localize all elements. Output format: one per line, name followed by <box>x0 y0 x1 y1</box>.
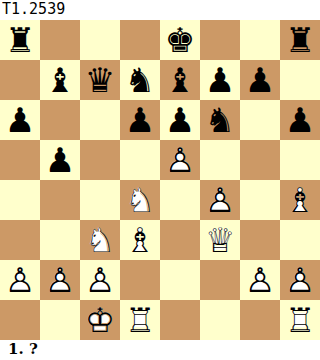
footer: 1. ? <box>0 340 320 360</box>
white-piece-outline: ♙ <box>280 260 320 300</box>
square-e5[interactable]: ♟♙ <box>160 140 200 180</box>
square-b6[interactable] <box>40 100 80 140</box>
white-piece-outline: ♙ <box>160 140 200 180</box>
piece-black-rook[interactable]: ♜ <box>0 20 40 60</box>
square-c2[interactable]: ♟♙ <box>80 260 120 300</box>
square-a2[interactable]: ♟♙ <box>0 260 40 300</box>
white-piece-outline: ♗ <box>120 220 160 260</box>
piece-white-knight[interactable]: ♞♘ <box>120 180 160 220</box>
square-a6[interactable]: ♟ <box>0 100 40 140</box>
piece-black-pawn[interactable]: ♟ <box>280 100 320 140</box>
piece-black-queen[interactable]: ♛ <box>80 60 120 100</box>
square-a7[interactable] <box>0 60 40 100</box>
square-d2[interactable] <box>120 260 160 300</box>
square-d4[interactable]: ♞♘ <box>120 180 160 220</box>
square-b2[interactable]: ♟♙ <box>40 260 80 300</box>
square-c1[interactable]: ♚♔ <box>80 300 120 340</box>
square-d3[interactable]: ♝♗ <box>120 220 160 260</box>
white-piece-outline: ♙ <box>200 180 240 220</box>
square-e2[interactable] <box>160 260 200 300</box>
square-h6[interactable]: ♟ <box>280 100 320 140</box>
square-a1[interactable] <box>0 300 40 340</box>
square-d6[interactable]: ♟ <box>120 100 160 140</box>
piece-black-pawn[interactable]: ♟ <box>160 100 200 140</box>
piece-black-pawn[interactable]: ♟ <box>240 60 280 100</box>
square-b7[interactable]: ♝ <box>40 60 80 100</box>
piece-white-pawn[interactable]: ♟♙ <box>80 260 120 300</box>
titlebar: T1.2539 <box>0 0 320 20</box>
white-piece-outline: ♖ <box>280 300 320 340</box>
piece-black-king[interactable]: ♚ <box>160 20 200 60</box>
white-piece-outline: ♙ <box>240 260 280 300</box>
square-h1[interactable]: ♜♖ <box>280 300 320 340</box>
chess-board: ♜♚♜♝♛♞♝♟♟♟♟♟♞♟♟♟♙♞♘♟♙♝♗♞♘♝♗♛♕♟♙♟♙♟♙♟♙♟♙♚… <box>0 20 320 340</box>
piece-black-bishop[interactable]: ♝ <box>160 60 200 100</box>
square-e7[interactable]: ♝ <box>160 60 200 100</box>
piece-white-pawn[interactable]: ♟♙ <box>240 260 280 300</box>
square-c4[interactable] <box>80 180 120 220</box>
piece-white-bishop[interactable]: ♝♗ <box>120 220 160 260</box>
square-e4[interactable] <box>160 180 200 220</box>
piece-white-rook[interactable]: ♜♖ <box>280 300 320 340</box>
puzzle-id: T1.2539 <box>2 0 65 18</box>
square-f2[interactable] <box>200 260 240 300</box>
piece-white-pawn[interactable]: ♟♙ <box>160 140 200 180</box>
square-g1[interactable] <box>240 300 280 340</box>
square-d7[interactable]: ♞ <box>120 60 160 100</box>
square-a5[interactable] <box>0 140 40 180</box>
square-g3[interactable] <box>240 220 280 260</box>
white-piece-outline: ♘ <box>120 180 160 220</box>
white-piece-outline: ♕ <box>200 220 240 260</box>
square-a4[interactable] <box>0 180 40 220</box>
square-e3[interactable] <box>160 220 200 260</box>
square-c8[interactable] <box>80 20 120 60</box>
piece-white-queen[interactable]: ♛♕ <box>200 220 240 260</box>
white-piece-outline: ♔ <box>80 300 120 340</box>
square-c3[interactable]: ♞♘ <box>80 220 120 260</box>
square-d1[interactable]: ♜♖ <box>120 300 160 340</box>
square-f6[interactable]: ♞ <box>200 100 240 140</box>
square-b1[interactable] <box>40 300 80 340</box>
square-b5[interactable]: ♟ <box>40 140 80 180</box>
square-h2[interactable]: ♟♙ <box>280 260 320 300</box>
piece-white-pawn[interactable]: ♟♙ <box>40 260 80 300</box>
square-f3[interactable]: ♛♕ <box>200 220 240 260</box>
piece-black-pawn[interactable]: ♟ <box>0 100 40 140</box>
square-h7[interactable] <box>280 60 320 100</box>
white-piece-outline: ♙ <box>0 260 40 300</box>
piece-white-knight[interactable]: ♞♘ <box>80 220 120 260</box>
piece-white-rook[interactable]: ♜♖ <box>120 300 160 340</box>
move-prompt: 1. ? <box>8 340 38 358</box>
square-e1[interactable] <box>160 300 200 340</box>
square-h5[interactable] <box>280 140 320 180</box>
piece-black-pawn[interactable]: ♟ <box>120 100 160 140</box>
white-piece-outline: ♙ <box>80 260 120 300</box>
white-piece-outline: ♙ <box>40 260 80 300</box>
piece-white-king[interactable]: ♚♔ <box>80 300 120 340</box>
square-h8[interactable]: ♜ <box>280 20 320 60</box>
square-e8[interactable]: ♚ <box>160 20 200 60</box>
piece-black-pawn[interactable]: ♟ <box>200 60 240 100</box>
square-g2[interactable]: ♟♙ <box>240 260 280 300</box>
square-e6[interactable]: ♟ <box>160 100 200 140</box>
piece-black-knight[interactable]: ♞ <box>200 100 240 140</box>
piece-white-bishop[interactable]: ♝♗ <box>280 180 320 220</box>
white-piece-outline: ♗ <box>280 180 320 220</box>
square-f1[interactable] <box>200 300 240 340</box>
square-b4[interactable] <box>40 180 80 220</box>
square-g5[interactable] <box>240 140 280 180</box>
piece-black-pawn[interactable]: ♟ <box>40 140 80 180</box>
square-c6[interactable] <box>80 100 120 140</box>
piece-black-knight[interactable]: ♞ <box>120 60 160 100</box>
square-g4[interactable] <box>240 180 280 220</box>
square-c7[interactable]: ♛ <box>80 60 120 100</box>
white-piece-outline: ♖ <box>120 300 160 340</box>
square-f5[interactable] <box>200 140 240 180</box>
piece-white-pawn[interactable]: ♟♙ <box>0 260 40 300</box>
square-f4[interactable]: ♟♙ <box>200 180 240 220</box>
square-g6[interactable] <box>240 100 280 140</box>
piece-black-bishop[interactable]: ♝ <box>40 60 80 100</box>
square-f7[interactable]: ♟ <box>200 60 240 100</box>
square-h4[interactable]: ♝♗ <box>280 180 320 220</box>
square-f8[interactable] <box>200 20 240 60</box>
square-b3[interactable] <box>40 220 80 260</box>
piece-white-pawn[interactable]: ♟♙ <box>200 180 240 220</box>
square-g7[interactable]: ♟ <box>240 60 280 100</box>
piece-black-rook[interactable]: ♜ <box>280 20 320 60</box>
piece-white-pawn[interactable]: ♟♙ <box>280 260 320 300</box>
square-b8[interactable] <box>40 20 80 60</box>
square-d5[interactable] <box>120 140 160 180</box>
square-d8[interactable] <box>120 20 160 60</box>
square-a8[interactable]: ♜ <box>0 20 40 60</box>
white-piece-outline: ♘ <box>80 220 120 260</box>
square-c5[interactable] <box>80 140 120 180</box>
square-a3[interactable] <box>0 220 40 260</box>
square-h3[interactable] <box>280 220 320 260</box>
puzzle-window: T1.2539 ♜♚♜♝♛♞♝♟♟♟♟♟♞♟♟♟♙♞♘♟♙♝♗♞♘♝♗♛♕♟♙♟… <box>0 0 320 360</box>
square-g8[interactable] <box>240 20 280 60</box>
